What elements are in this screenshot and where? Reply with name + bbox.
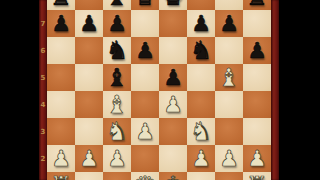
piece-black-pawn-f7[interactable]: ♟ — [187, 10, 215, 37]
square-e4[interactable]: ♟ — [159, 91, 187, 118]
square-a7[interactable]: ♟ — [47, 10, 75, 37]
piece-white-queen-d1[interactable]: ♛ — [131, 172, 159, 180]
video-frame: ♜♝♛♚♜♟♟♟♟♟♞♟♞♟♝♟♝♝♟♞♟♞♟♟♟♟♟♟♜♛♚♜ 765432 — [0, 0, 320, 180]
square-c6[interactable]: ♞ — [103, 37, 131, 64]
square-h6[interactable]: ♟ — [243, 37, 271, 64]
square-f7[interactable]: ♟ — [187, 10, 215, 37]
square-g7[interactable]: ♟ — [215, 10, 243, 37]
piece-black-rook-a8[interactable]: ♜ — [47, 0, 75, 10]
piece-white-pawn-c2[interactable]: ♟ — [103, 145, 131, 172]
square-a5[interactable] — [47, 64, 75, 91]
square-a4[interactable] — [47, 91, 75, 118]
square-c8[interactable]: ♝ — [103, 0, 131, 10]
square-f1[interactable] — [187, 172, 215, 180]
square-h7[interactable] — [243, 10, 271, 37]
square-c3[interactable]: ♞ — [103, 118, 131, 145]
square-d2[interactable] — [131, 145, 159, 172]
square-g2[interactable]: ♟ — [215, 145, 243, 172]
piece-white-pawn-g2[interactable]: ♟ — [215, 145, 243, 172]
rank-label-7: 7 — [39, 19, 47, 29]
piece-black-knight-f6[interactable]: ♞ — [187, 37, 215, 64]
square-h8[interactable]: ♜ — [243, 0, 271, 10]
piece-white-bishop-c4[interactable]: ♝ — [103, 91, 131, 118]
square-a8[interactable]: ♜ — [47, 0, 75, 10]
piece-black-pawn-c7[interactable]: ♟ — [103, 10, 131, 37]
square-d3[interactable]: ♟ — [131, 118, 159, 145]
piece-white-king-e1[interactable]: ♚ — [159, 172, 187, 180]
square-d8[interactable]: ♛ — [131, 0, 159, 10]
piece-black-pawn-a7[interactable]: ♟ — [47, 10, 75, 37]
square-c7[interactable]: ♟ — [103, 10, 131, 37]
piece-black-knight-c6[interactable]: ♞ — [103, 37, 131, 64]
square-g1[interactable] — [215, 172, 243, 180]
rank-label-4: 4 — [39, 100, 47, 110]
square-h5[interactable] — [243, 64, 271, 91]
square-b3[interactable] — [75, 118, 103, 145]
rank-label-6: 6 — [39, 46, 47, 56]
square-b7[interactable]: ♟ — [75, 10, 103, 37]
piece-white-pawn-f2[interactable]: ♟ — [187, 145, 215, 172]
square-c1[interactable] — [103, 172, 131, 180]
piece-black-pawn-b7[interactable]: ♟ — [75, 10, 103, 37]
square-f8[interactable] — [187, 0, 215, 10]
piece-white-pawn-e4[interactable]: ♟ — [159, 91, 187, 118]
piece-white-pawn-h2[interactable]: ♟ — [243, 145, 271, 172]
square-a3[interactable] — [47, 118, 75, 145]
square-c4[interactable]: ♝ — [103, 91, 131, 118]
piece-black-pawn-g7[interactable]: ♟ — [215, 10, 243, 37]
square-h3[interactable] — [243, 118, 271, 145]
square-d1[interactable]: ♛ — [131, 172, 159, 180]
piece-white-pawn-d3[interactable]: ♟ — [131, 118, 159, 145]
square-g4[interactable] — [215, 91, 243, 118]
piece-black-bishop-c8[interactable]: ♝ — [103, 0, 131, 10]
square-e8[interactable]: ♚ — [159, 0, 187, 10]
piece-white-pawn-a2[interactable]: ♟ — [47, 145, 75, 172]
square-e2[interactable] — [159, 145, 187, 172]
rank-label-5: 5 — [39, 73, 47, 83]
piece-white-rook-a1[interactable]: ♜ — [47, 172, 75, 180]
square-b4[interactable] — [75, 91, 103, 118]
piece-white-knight-f3[interactable]: ♞ — [187, 118, 215, 145]
board-right-border — [271, 0, 279, 180]
piece-black-king-e8[interactable]: ♚ — [159, 0, 187, 10]
square-d5[interactable] — [131, 64, 159, 91]
piece-white-bishop-g5[interactable]: ♝ — [215, 64, 243, 91]
square-f3[interactable]: ♞ — [187, 118, 215, 145]
square-g5[interactable]: ♝ — [215, 64, 243, 91]
square-d6[interactable]: ♟ — [131, 37, 159, 64]
square-g8[interactable] — [215, 0, 243, 10]
square-e3[interactable] — [159, 118, 187, 145]
piece-black-pawn-e5[interactable]: ♟ — [159, 64, 187, 91]
square-e7[interactable] — [159, 10, 187, 37]
square-b8[interactable] — [75, 0, 103, 10]
square-d4[interactable] — [131, 91, 159, 118]
rank-label-2: 2 — [39, 154, 47, 164]
piece-white-rook-h1[interactable]: ♜ — [243, 172, 271, 180]
square-h1[interactable]: ♜ — [243, 172, 271, 180]
square-e1[interactable]: ♚ — [159, 172, 187, 180]
square-b2[interactable]: ♟ — [75, 145, 103, 172]
board-left-border: 765432 — [39, 0, 47, 180]
square-f4[interactable] — [187, 91, 215, 118]
square-e6[interactable] — [159, 37, 187, 64]
piece-black-pawn-h6[interactable]: ♟ — [243, 37, 271, 64]
square-f2[interactable]: ♟ — [187, 145, 215, 172]
square-e5[interactable]: ♟ — [159, 64, 187, 91]
square-f5[interactable] — [187, 64, 215, 91]
piece-black-queen-d8[interactable]: ♛ — [131, 0, 159, 10]
square-g6[interactable] — [215, 37, 243, 64]
square-b5[interactable] — [75, 64, 103, 91]
square-a1[interactable]: ♜ — [47, 172, 75, 180]
piece-black-rook-h8[interactable]: ♜ — [243, 0, 271, 10]
square-h4[interactable] — [243, 91, 271, 118]
piece-white-pawn-b2[interactable]: ♟ — [75, 145, 103, 172]
square-f6[interactable]: ♞ — [187, 37, 215, 64]
chess-board: ♜♝♛♚♜♟♟♟♟♟♞♟♞♟♝♟♝♝♟♞♟♞♟♟♟♟♟♟♜♛♚♜ — [47, 0, 271, 180]
square-c5[interactable]: ♝ — [103, 64, 131, 91]
rank-label-3: 3 — [39, 127, 47, 137]
square-b1[interactable] — [75, 172, 103, 180]
piece-black-pawn-d6[interactable]: ♟ — [131, 37, 159, 64]
piece-white-knight-c3[interactable]: ♞ — [103, 118, 131, 145]
square-c2[interactable]: ♟ — [103, 145, 131, 172]
square-b6[interactable] — [75, 37, 103, 64]
square-d7[interactable] — [131, 10, 159, 37]
piece-black-bishop-c5[interactable]: ♝ — [103, 64, 131, 91]
square-a2[interactable]: ♟ — [47, 145, 75, 172]
square-a6[interactable] — [47, 37, 75, 64]
square-g3[interactable] — [215, 118, 243, 145]
square-h2[interactable]: ♟ — [243, 145, 271, 172]
